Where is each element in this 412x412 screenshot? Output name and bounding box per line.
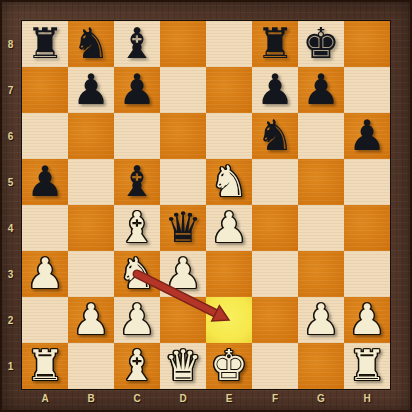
square-g5[interactable] <box>298 159 344 205</box>
white-knight-piece[interactable]: ♞ <box>210 159 248 205</box>
square-e2[interactable] <box>206 297 252 343</box>
white-knight-piece[interactable]: ♞ <box>118 251 156 297</box>
white-pawn-piece[interactable]: ♟ <box>302 297 340 343</box>
black-pawn-piece[interactable]: ♟ <box>118 67 156 113</box>
square-e3[interactable] <box>206 251 252 297</box>
square-h2[interactable]: ♟ <box>344 297 390 343</box>
file-label-a: A <box>22 390 68 406</box>
black-pawn-piece[interactable]: ♟ <box>302 67 340 113</box>
file-label-f: F <box>252 390 298 406</box>
black-pawn-piece[interactable]: ♟ <box>26 159 64 205</box>
black-pawn-piece[interactable]: ♟ <box>348 113 386 159</box>
square-a1[interactable]: ♜ <box>22 343 68 389</box>
white-pawn-piece[interactable]: ♟ <box>26 251 64 297</box>
square-c8[interactable]: ♝ <box>114 21 160 67</box>
square-c7[interactable]: ♟ <box>114 67 160 113</box>
square-f3[interactable] <box>252 251 298 297</box>
white-king-piece[interactable]: ♚ <box>210 343 248 389</box>
black-bishop-piece[interactable]: ♝ <box>118 159 156 205</box>
square-d8[interactable] <box>160 21 206 67</box>
chess-board: ♜♞♝♜♚♟♟♟♟♞♟♟♝♞♝♛♟♟♞♟♟♟♟♟♜♝♛♚♜ <box>22 21 390 389</box>
square-g4[interactable] <box>298 205 344 251</box>
square-c1[interactable]: ♝ <box>114 343 160 389</box>
file-label-c: C <box>114 390 160 406</box>
white-bishop-piece[interactable]: ♝ <box>118 205 156 251</box>
square-f2[interactable] <box>252 297 298 343</box>
square-g1[interactable] <box>298 343 344 389</box>
square-f5[interactable] <box>252 159 298 205</box>
white-queen-piece[interactable]: ♛ <box>164 343 202 389</box>
square-c6[interactable] <box>114 113 160 159</box>
square-f4[interactable] <box>252 205 298 251</box>
square-b7[interactable]: ♟ <box>68 67 114 113</box>
rank-label-6: 6 <box>0 113 21 159</box>
rank-label-3: 3 <box>0 251 21 297</box>
square-g3[interactable] <box>298 251 344 297</box>
square-a3[interactable]: ♟ <box>22 251 68 297</box>
rank-label-4: 4 <box>0 205 21 251</box>
square-g2[interactable]: ♟ <box>298 297 344 343</box>
square-f1[interactable] <box>252 343 298 389</box>
file-label-e: E <box>206 390 252 406</box>
square-a4[interactable] <box>22 205 68 251</box>
square-h4[interactable] <box>344 205 390 251</box>
rank-label-7: 7 <box>0 67 21 113</box>
white-pawn-piece[interactable]: ♟ <box>164 251 202 297</box>
square-h3[interactable] <box>344 251 390 297</box>
white-pawn-piece[interactable]: ♟ <box>348 297 386 343</box>
square-d3[interactable]: ♟ <box>160 251 206 297</box>
black-rook-piece[interactable]: ♜ <box>26 21 64 67</box>
square-e7[interactable] <box>206 67 252 113</box>
square-b3[interactable] <box>68 251 114 297</box>
square-e1[interactable]: ♚ <box>206 343 252 389</box>
chess-app-window: 87654321 ABCDEFGH ♜♞♝♜♚♟♟♟♟♞♟♟♝♞♝♛♟♟♞♟♟♟… <box>0 0 412 412</box>
white-rook-piece[interactable]: ♜ <box>26 343 64 389</box>
rank-labels: 87654321 <box>0 21 21 389</box>
black-pawn-piece[interactable]: ♟ <box>72 67 110 113</box>
rank-label-5: 5 <box>0 159 21 205</box>
black-bishop-piece[interactable]: ♝ <box>118 21 156 67</box>
square-e5[interactable]: ♞ <box>206 159 252 205</box>
square-b2[interactable]: ♟ <box>68 297 114 343</box>
square-h1[interactable]: ♜ <box>344 343 390 389</box>
black-knight-piece[interactable]: ♞ <box>256 113 294 159</box>
white-rook-piece[interactable]: ♜ <box>348 343 386 389</box>
rank-label-8: 8 <box>0 21 21 67</box>
black-king-piece[interactable]: ♚ <box>302 21 340 67</box>
square-a6[interactable] <box>22 113 68 159</box>
square-d2[interactable] <box>160 297 206 343</box>
square-b1[interactable] <box>68 343 114 389</box>
file-label-g: G <box>298 390 344 406</box>
square-f6[interactable]: ♞ <box>252 113 298 159</box>
square-f8[interactable]: ♜ <box>252 21 298 67</box>
square-b5[interactable] <box>68 159 114 205</box>
square-e4[interactable]: ♟ <box>206 205 252 251</box>
square-d1[interactable]: ♛ <box>160 343 206 389</box>
square-h8[interactable] <box>344 21 390 67</box>
black-pawn-piece[interactable]: ♟ <box>256 67 294 113</box>
file-label-h: H <box>344 390 390 406</box>
file-labels: ABCDEFGH <box>22 390 390 406</box>
square-b4[interactable] <box>68 205 114 251</box>
square-g6[interactable] <box>298 113 344 159</box>
square-h7[interactable] <box>344 67 390 113</box>
square-b6[interactable] <box>68 113 114 159</box>
square-a7[interactable] <box>22 67 68 113</box>
white-pawn-piece[interactable]: ♟ <box>72 297 110 343</box>
black-rook-piece[interactable]: ♜ <box>256 21 294 67</box>
square-d5[interactable] <box>160 159 206 205</box>
board-border: ♜♞♝♜♚♟♟♟♟♞♟♟♝♞♝♛♟♟♞♟♟♟♟♟♜♝♛♚♜ <box>21 20 391 390</box>
square-e8[interactable] <box>206 21 252 67</box>
square-d7[interactable] <box>160 67 206 113</box>
square-c5[interactable]: ♝ <box>114 159 160 205</box>
white-pawn-piece[interactable]: ♟ <box>118 297 156 343</box>
square-h6[interactable]: ♟ <box>344 113 390 159</box>
rank-label-1: 1 <box>0 343 21 389</box>
square-c4[interactable]: ♝ <box>114 205 160 251</box>
square-a8[interactable]: ♜ <box>22 21 68 67</box>
square-g7[interactable]: ♟ <box>298 67 344 113</box>
square-e6[interactable] <box>206 113 252 159</box>
square-h5[interactable] <box>344 159 390 205</box>
white-bishop-piece[interactable]: ♝ <box>118 343 156 389</box>
black-queen-piece[interactable]: ♛ <box>164 205 202 251</box>
square-g8[interactable]: ♚ <box>298 21 344 67</box>
file-label-b: B <box>68 390 114 406</box>
file-label-d: D <box>160 390 206 406</box>
square-a5[interactable]: ♟ <box>22 159 68 205</box>
square-b8[interactable]: ♞ <box>68 21 114 67</box>
square-c2[interactable]: ♟ <box>114 297 160 343</box>
square-d4[interactable]: ♛ <box>160 205 206 251</box>
square-c3[interactable]: ♞ <box>114 251 160 297</box>
square-d6[interactable] <box>160 113 206 159</box>
square-a2[interactable] <box>22 297 68 343</box>
white-pawn-piece[interactable]: ♟ <box>210 205 248 251</box>
rank-label-2: 2 <box>0 297 21 343</box>
black-knight-piece[interactable]: ♞ <box>72 21 110 67</box>
square-f7[interactable]: ♟ <box>252 67 298 113</box>
